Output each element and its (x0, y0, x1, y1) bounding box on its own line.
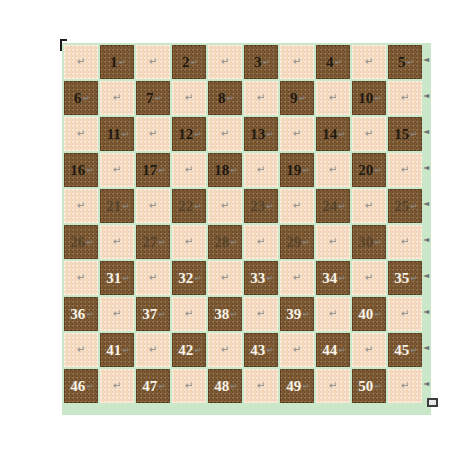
square-23[interactable]: 23↵ (244, 189, 278, 223)
square-1[interactable]: 1↵ (100, 45, 134, 79)
light-square[interactable]: ↵ (208, 117, 242, 151)
cell-end-mark-icon: ↵ (302, 166, 310, 175)
cell-end-mark-icon: ↵ (298, 94, 306, 103)
cell-end-mark-icon: ↵ (86, 382, 94, 391)
light-square[interactable]: ↵ (136, 333, 170, 367)
square-number: 13 (250, 127, 265, 142)
square-number: 25 (394, 199, 409, 214)
light-square[interactable]: ↵ (280, 45, 314, 79)
square-33[interactable]: 33↵ (244, 261, 278, 295)
light-square[interactable]: ↵ (244, 369, 278, 403)
cell-end-mark-icon: ↵ (329, 93, 337, 103)
cell-end-mark-icon: ↵ (113, 381, 121, 391)
square-13[interactable]: 13↵ (244, 117, 278, 151)
square-number: 39 (286, 307, 301, 322)
cell-end-mark-icon: ↵ (194, 130, 202, 139)
square-10[interactable]: 10↵ (352, 81, 386, 115)
light-square[interactable]: ↵ (136, 261, 170, 295)
row-end-mark-icon: ◄ (423, 380, 433, 388)
square-40[interactable]: 40↵ (352, 297, 386, 331)
square-39[interactable]: 39↵ (280, 297, 314, 331)
square-number: 24 (322, 199, 337, 214)
square-number: 38 (214, 307, 229, 322)
light-square[interactable]: ↵ (100, 369, 134, 403)
light-square[interactable]: ↵ (100, 153, 134, 187)
square-36[interactable]: 36↵ (64, 297, 98, 331)
square-number: 44 (322, 343, 337, 358)
cell-end-mark-icon: ↵ (302, 310, 310, 319)
light-square[interactable]: ↵ (280, 189, 314, 223)
cell-end-mark-icon: ↵ (257, 309, 265, 319)
square-number: 40 (358, 307, 373, 322)
light-square[interactable]: ↵ (208, 261, 242, 295)
square-12[interactable]: 12↵ (172, 117, 206, 151)
cell-end-mark-icon: ↵ (122, 202, 130, 211)
square-number: 12 (178, 127, 193, 142)
light-square[interactable]: ↵ (172, 297, 206, 331)
cell-end-mark-icon: ↵ (401, 93, 409, 103)
light-square[interactable]: ↵ (316, 153, 350, 187)
square-number: 34 (322, 271, 337, 286)
cell-end-mark-icon: ↵ (302, 238, 310, 247)
cell-end-mark-icon: ↵ (158, 238, 166, 247)
square-number: 43 (250, 343, 265, 358)
square-19[interactable]: 19↵ (280, 153, 314, 187)
cell-end-mark-icon: ↵ (158, 310, 166, 319)
square-number: 1 (110, 55, 118, 70)
cell-end-mark-icon: ↵ (77, 129, 85, 139)
square-number: 31 (106, 271, 121, 286)
square-number: 49 (286, 379, 301, 394)
square-45[interactable]: 45↵ (388, 333, 422, 367)
cell-end-mark-icon: ↵ (154, 94, 162, 103)
cell-end-mark-icon: ↵ (149, 129, 157, 139)
cell-end-mark-icon: ↵ (257, 381, 265, 391)
square-17[interactable]: 17↵ (136, 153, 170, 187)
square-number: 28 (214, 235, 229, 250)
cell-end-mark-icon: ↵ (221, 345, 229, 355)
light-square[interactable]: ↵ (388, 153, 422, 187)
square-number: 26 (70, 235, 85, 250)
square-34[interactable]: 34↵ (316, 261, 350, 295)
light-square[interactable]: ↵ (244, 225, 278, 259)
light-square[interactable]: ↵ (100, 297, 134, 331)
cell-end-mark-icon: ↵ (230, 166, 238, 175)
square-number: 7 (146, 91, 154, 106)
cell-end-mark-icon: ↵ (122, 130, 130, 139)
row-end-mark-icon: ◄ (423, 200, 433, 208)
square-number: 41 (106, 343, 121, 358)
cell-end-mark-icon: ↵ (257, 237, 265, 247)
cell-end-mark-icon: ↵ (230, 310, 238, 319)
square-number: 8 (218, 91, 226, 106)
square-50[interactable]: 50↵ (352, 369, 386, 403)
light-square[interactable]: ↵ (280, 261, 314, 295)
cell-end-mark-icon: ↵ (185, 309, 193, 319)
cell-end-mark-icon: ↵ (86, 238, 94, 247)
cell-end-mark-icon: ↵ (149, 345, 157, 355)
cell-end-mark-icon: ↵ (221, 57, 229, 67)
square-number: 6 (74, 91, 82, 106)
square-22[interactable]: 22↵ (172, 189, 206, 223)
square-43[interactable]: 43↵ (244, 333, 278, 367)
square-number: 17 (142, 163, 157, 178)
square-number: 27 (142, 235, 157, 250)
square-27[interactable]: 27↵ (136, 225, 170, 259)
square-35[interactable]: 35↵ (388, 261, 422, 295)
cell-end-mark-icon: ↵ (266, 130, 274, 139)
square-number: 29 (286, 235, 301, 250)
light-square[interactable]: ↵ (352, 189, 386, 223)
cell-end-mark-icon: ↵ (266, 202, 274, 211)
square-32[interactable]: 32↵ (172, 261, 206, 295)
light-square[interactable]: ↵ (388, 369, 422, 403)
cell-end-mark-icon: ↵ (338, 130, 346, 139)
square-20[interactable]: 20↵ (352, 153, 386, 187)
cell-end-mark-icon: ↵ (113, 309, 121, 319)
light-square[interactable]: ↵ (316, 81, 350, 115)
cell-end-mark-icon: ↵ (194, 202, 202, 211)
square-5[interactable]: 5↵ (388, 45, 422, 79)
square-number: 23 (250, 199, 265, 214)
square-number: 47 (142, 379, 157, 394)
cell-end-mark-icon: ↵ (410, 346, 418, 355)
square-number: 20 (358, 163, 373, 178)
cell-end-mark-icon: ↵ (194, 346, 202, 355)
table-resize-handle-icon[interactable] (427, 398, 438, 407)
cell-end-mark-icon: ↵ (221, 201, 229, 211)
cell-end-mark-icon: ↵ (410, 202, 418, 211)
cell-end-mark-icon: ↵ (221, 273, 229, 283)
draughts-board: ↵1↵↵2↵↵3↵↵4↵↵5↵6↵↵7↵↵8↵↵9↵↵10↵↵↵11↵↵12↵↵… (64, 45, 422, 403)
square-41[interactable]: 41↵ (100, 333, 134, 367)
cell-end-mark-icon: ↵ (293, 129, 301, 139)
light-square[interactable]: ↵ (352, 117, 386, 151)
light-square[interactable]: ↵ (172, 369, 206, 403)
square-number: 11 (107, 127, 121, 142)
light-square[interactable]: ↵ (172, 81, 206, 115)
cell-end-mark-icon: ↵ (365, 345, 373, 355)
light-square[interactable]: ↵ (244, 81, 278, 115)
cell-end-mark-icon: ↵ (293, 345, 301, 355)
square-number: 18 (214, 163, 229, 178)
cell-end-mark-icon: ↵ (401, 237, 409, 247)
cell-end-mark-icon: ↵ (401, 165, 409, 175)
cell-end-mark-icon: ↵ (410, 274, 418, 283)
square-number: 42 (178, 343, 193, 358)
row-end-mark-icon: ◄ (423, 344, 433, 352)
square-18[interactable]: 18↵ (208, 153, 242, 187)
square-4[interactable]: 4↵ (316, 45, 350, 79)
square-16[interactable]: 16↵ (64, 153, 98, 187)
square-44[interactable]: 44↵ (316, 333, 350, 367)
cell-end-mark-icon: ↵ (401, 381, 409, 391)
square-30[interactable]: 30↵ (352, 225, 386, 259)
square-8[interactable]: 8↵ (208, 81, 242, 115)
cell-end-mark-icon: ↵ (410, 130, 418, 139)
square-number: 33 (250, 271, 265, 286)
cell-end-mark-icon: ↵ (86, 166, 94, 175)
cell-end-mark-icon: ↵ (329, 309, 337, 319)
square-26[interactable]: 26↵ (64, 225, 98, 259)
square-3[interactable]: 3↵ (244, 45, 278, 79)
square-15[interactable]: 15↵ (388, 117, 422, 151)
cell-end-mark-icon: ↵ (374, 382, 382, 391)
square-number: 3 (254, 55, 262, 70)
cell-end-mark-icon: ↵ (149, 57, 157, 67)
cell-end-mark-icon: ↵ (122, 274, 130, 283)
square-number: 50 (358, 379, 373, 394)
cell-end-mark-icon: ↵ (374, 238, 382, 247)
light-square[interactable]: ↵ (64, 333, 98, 367)
cell-end-mark-icon: ↵ (82, 94, 90, 103)
row-end-mark-icon: ◄ (423, 92, 433, 100)
cell-end-mark-icon: ↵ (113, 93, 121, 103)
cell-end-mark-icon: ↵ (338, 346, 346, 355)
square-6[interactable]: 6↵ (64, 81, 98, 115)
cell-end-mark-icon: ↵ (406, 58, 414, 67)
square-number: 5 (398, 55, 406, 70)
light-square[interactable]: ↵ (388, 297, 422, 331)
cell-end-mark-icon: ↵ (338, 202, 346, 211)
square-49[interactable]: 49↵ (280, 369, 314, 403)
cell-end-mark-icon: ↵ (334, 58, 342, 67)
square-number: 15 (394, 127, 409, 142)
row-end-mark-icon: ◄ (423, 236, 433, 244)
cell-end-mark-icon: ↵ (293, 201, 301, 211)
square-number: 36 (70, 307, 85, 322)
square-number: 37 (142, 307, 157, 322)
document-page: ↵1↵↵2↵↵3↵↵4↵↵5↵6↵↵7↵↵8↵↵9↵↵10↵↵↵11↵↵12↵↵… (0, 0, 460, 451)
square-number: 45 (394, 343, 409, 358)
cell-end-mark-icon: ↵ (374, 166, 382, 175)
cell-end-mark-icon: ↵ (149, 201, 157, 211)
cell-end-mark-icon: ↵ (185, 165, 193, 175)
cell-end-mark-icon: ↵ (374, 94, 382, 103)
light-square[interactable]: ↵ (136, 189, 170, 223)
cell-end-mark-icon: ↵ (77, 345, 85, 355)
cell-end-mark-icon: ↵ (226, 94, 234, 103)
light-square[interactable]: ↵ (388, 225, 422, 259)
cell-end-mark-icon: ↵ (374, 310, 382, 319)
square-37[interactable]: 37↵ (136, 297, 170, 331)
square-number: 16 (70, 163, 85, 178)
cell-end-mark-icon: ↵ (190, 58, 198, 67)
square-number: 30 (358, 235, 373, 250)
cell-end-mark-icon: ↵ (149, 273, 157, 283)
row-end-mark-icon: ◄ (423, 128, 433, 136)
light-square[interactable]: ↵ (280, 333, 314, 367)
square-number: 10 (358, 91, 373, 106)
cell-end-mark-icon: ↵ (194, 274, 202, 283)
cell-end-mark-icon: ↵ (302, 382, 310, 391)
cell-end-mark-icon: ↵ (118, 58, 126, 67)
square-46[interactable]: 46↵ (64, 369, 98, 403)
square-number: 4 (326, 55, 334, 70)
square-28[interactable]: 28↵ (208, 225, 242, 259)
cell-end-mark-icon: ↵ (266, 274, 274, 283)
cell-end-mark-icon: ↵ (329, 237, 337, 247)
light-square[interactable]: ↵ (64, 117, 98, 151)
row-end-mark-icon: ◄ (423, 308, 433, 316)
square-number: 22 (178, 199, 193, 214)
cell-end-mark-icon: ↵ (293, 57, 301, 67)
cell-end-mark-icon: ↵ (262, 58, 270, 67)
square-21[interactable]: 21↵ (100, 189, 134, 223)
square-47[interactable]: 47↵ (136, 369, 170, 403)
light-square[interactable]: ↵ (64, 189, 98, 223)
row-end-mark-icon: ◄ (423, 56, 433, 64)
cell-end-mark-icon: ↵ (185, 381, 193, 391)
square-number: 21 (106, 199, 121, 214)
square-2[interactable]: 2↵ (172, 45, 206, 79)
square-number: 48 (214, 379, 229, 394)
light-square[interactable]: ↵ (208, 189, 242, 223)
cell-end-mark-icon: ↵ (401, 309, 409, 319)
square-31[interactable]: 31↵ (100, 261, 134, 295)
square-number: 35 (394, 271, 409, 286)
light-square[interactable]: ↵ (172, 225, 206, 259)
cell-end-mark-icon: ↵ (329, 165, 337, 175)
square-number: 19 (286, 163, 301, 178)
cell-end-mark-icon: ↵ (185, 93, 193, 103)
light-square[interactable]: ↵ (316, 297, 350, 331)
cell-end-mark-icon: ↵ (230, 382, 238, 391)
light-square[interactable]: ↵ (100, 81, 134, 115)
light-square[interactable]: ↵ (244, 297, 278, 331)
cell-end-mark-icon: ↵ (122, 346, 130, 355)
cell-end-mark-icon: ↵ (77, 273, 85, 283)
light-square[interactable]: ↵ (244, 153, 278, 187)
square-24[interactable]: 24↵ (316, 189, 350, 223)
cell-end-mark-icon: ↵ (266, 346, 274, 355)
cell-end-mark-icon: ↵ (293, 273, 301, 283)
cell-end-mark-icon: ↵ (329, 381, 337, 391)
square-number: 2 (182, 55, 190, 70)
square-number: 46 (70, 379, 85, 394)
light-square[interactable]: ↵ (100, 225, 134, 259)
cell-end-mark-icon: ↵ (221, 129, 229, 139)
cell-end-mark-icon: ↵ (185, 237, 193, 247)
cell-end-mark-icon: ↵ (86, 310, 94, 319)
cell-end-mark-icon: ↵ (158, 382, 166, 391)
square-48[interactable]: 48↵ (208, 369, 242, 403)
square-number: 32 (178, 271, 193, 286)
light-square[interactable]: ↵ (316, 225, 350, 259)
light-square[interactable]: ↵ (388, 81, 422, 115)
cell-end-mark-icon: ↵ (365, 201, 373, 211)
cell-end-mark-icon: ↵ (365, 273, 373, 283)
light-square[interactable]: ↵ (208, 45, 242, 79)
light-square[interactable]: ↵ (64, 261, 98, 295)
light-square[interactable]: ↵ (172, 153, 206, 187)
cell-end-mark-icon: ↵ (257, 93, 265, 103)
square-42[interactable]: 42↵ (172, 333, 206, 367)
light-square[interactable]: ↵ (352, 261, 386, 295)
light-square[interactable]: ↵ (352, 333, 386, 367)
light-square[interactable]: ↵ (316, 369, 350, 403)
cell-end-mark-icon: ↵ (77, 201, 85, 211)
cell-end-mark-icon: ↵ (365, 57, 373, 67)
cell-end-mark-icon: ↵ (158, 166, 166, 175)
cell-end-mark-icon: ↵ (113, 165, 121, 175)
cell-end-mark-icon: ↵ (77, 57, 85, 67)
square-29[interactable]: 29↵ (280, 225, 314, 259)
cell-end-mark-icon: ↵ (230, 238, 238, 247)
square-number: 14 (322, 127, 337, 142)
cell-end-mark-icon: ↵ (113, 237, 121, 247)
cell-end-mark-icon: ↵ (338, 274, 346, 283)
light-square[interactable]: ↵ (208, 333, 242, 367)
square-25[interactable]: 25↵ (388, 189, 422, 223)
square-9[interactable]: 9↵ (280, 81, 314, 115)
square-38[interactable]: 38↵ (208, 297, 242, 331)
square-11[interactable]: 11↵ (100, 117, 134, 151)
light-square[interactable]: ↵ (136, 45, 170, 79)
light-square[interactable]: ↵ (64, 45, 98, 79)
row-end-mark-icon: ◄ (423, 164, 433, 172)
square-number: 9 (290, 91, 298, 106)
row-end-mark-icon: ◄ (423, 272, 433, 280)
cell-end-mark-icon: ↵ (257, 165, 265, 175)
square-14[interactable]: 14↵ (316, 117, 350, 151)
cell-end-mark-icon: ↵ (365, 129, 373, 139)
light-square[interactable]: ↵ (280, 117, 314, 151)
square-7[interactable]: 7↵ (136, 81, 170, 115)
light-square[interactable]: ↵ (352, 45, 386, 79)
light-square[interactable]: ↵ (136, 117, 170, 151)
